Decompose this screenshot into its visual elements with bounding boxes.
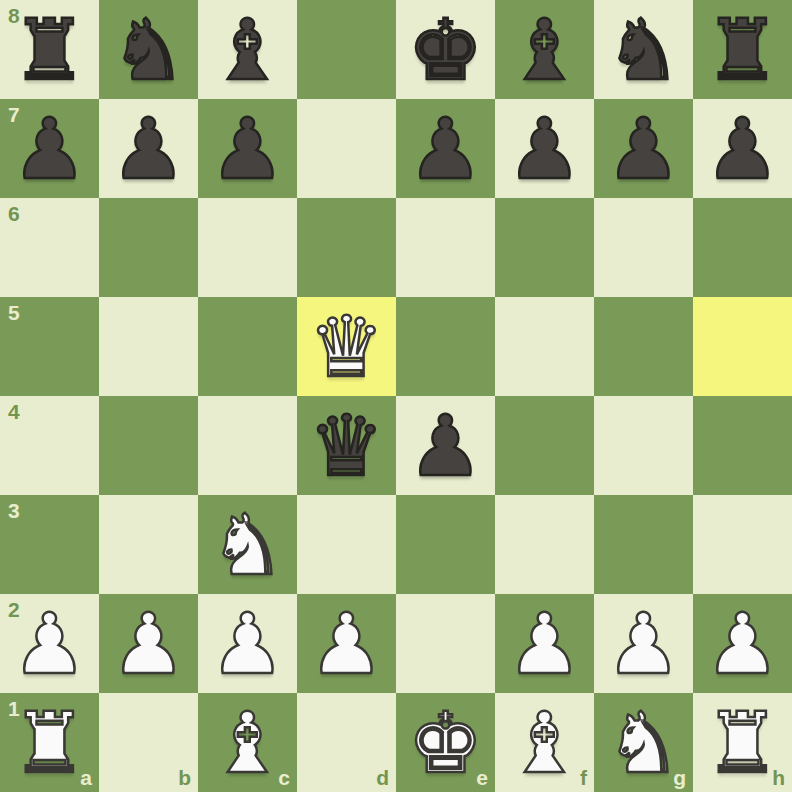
- square-a5[interactable]: 5: [0, 297, 99, 396]
- white-pawn-g2[interactable]: ♟: [594, 594, 693, 693]
- black-rook-h8[interactable]: ♜: [693, 0, 792, 99]
- black-pawn-h7[interactable]: ♟: [693, 99, 792, 198]
- square-d2[interactable]: ♟: [297, 594, 396, 693]
- square-a2[interactable]: 2♟: [0, 594, 99, 693]
- black-pawn-e4[interactable]: ♟: [396, 396, 495, 495]
- square-a8[interactable]: 8♜: [0, 0, 99, 99]
- rank-label-3: 3: [8, 499, 20, 523]
- square-d5[interactable]: ♛: [297, 297, 396, 396]
- black-bishop-c8[interactable]: ♝: [198, 0, 297, 99]
- square-a4[interactable]: 4: [0, 396, 99, 495]
- square-d6[interactable]: [297, 198, 396, 297]
- black-pawn-f7[interactable]: ♟: [495, 99, 594, 198]
- black-king-e8[interactable]: ♚: [396, 0, 495, 99]
- square-f6[interactable]: [495, 198, 594, 297]
- square-a6[interactable]: 6: [0, 198, 99, 297]
- square-d7[interactable]: [297, 99, 396, 198]
- square-c8[interactable]: ♝: [198, 0, 297, 99]
- square-h6[interactable]: [693, 198, 792, 297]
- square-h3[interactable]: [693, 495, 792, 594]
- white-pawn-h2[interactable]: ♟: [693, 594, 792, 693]
- white-king-e1[interactable]: ♚: [396, 693, 495, 792]
- square-h2[interactable]: ♟: [693, 594, 792, 693]
- square-e6[interactable]: [396, 198, 495, 297]
- square-b7[interactable]: ♟: [99, 99, 198, 198]
- white-pawn-b2[interactable]: ♟: [99, 594, 198, 693]
- square-b4[interactable]: [99, 396, 198, 495]
- square-h7[interactable]: ♟: [693, 99, 792, 198]
- black-pawn-g7[interactable]: ♟: [594, 99, 693, 198]
- square-b5[interactable]: [99, 297, 198, 396]
- white-rook-a1[interactable]: ♜: [0, 693, 99, 792]
- square-e7[interactable]: ♟: [396, 99, 495, 198]
- white-bishop-f1[interactable]: ♝: [495, 693, 594, 792]
- square-c6[interactable]: [198, 198, 297, 297]
- square-b6[interactable]: [99, 198, 198, 297]
- square-c2[interactable]: ♟: [198, 594, 297, 693]
- white-pawn-d2[interactable]: ♟: [297, 594, 396, 693]
- square-g8[interactable]: ♞: [594, 0, 693, 99]
- white-pawn-c2[interactable]: ♟: [198, 594, 297, 693]
- square-h5[interactable]: [693, 297, 792, 396]
- square-e2[interactable]: [396, 594, 495, 693]
- square-g4[interactable]: [594, 396, 693, 495]
- square-c4[interactable]: [198, 396, 297, 495]
- white-pawn-a2[interactable]: ♟: [0, 594, 99, 693]
- square-h4[interactable]: [693, 396, 792, 495]
- square-d8[interactable]: [297, 0, 396, 99]
- black-bishop-f8[interactable]: ♝: [495, 0, 594, 99]
- rank-label-5: 5: [8, 301, 20, 325]
- square-h8[interactable]: ♜: [693, 0, 792, 99]
- square-d4[interactable]: ♛: [297, 396, 396, 495]
- white-knight-g1[interactable]: ♞: [594, 693, 693, 792]
- rank-label-6: 6: [8, 202, 20, 226]
- square-f4[interactable]: [495, 396, 594, 495]
- white-pawn-f2[interactable]: ♟: [495, 594, 594, 693]
- square-e8[interactable]: ♚: [396, 0, 495, 99]
- square-g2[interactable]: ♟: [594, 594, 693, 693]
- square-g6[interactable]: [594, 198, 693, 297]
- white-knight-c3[interactable]: ♞: [198, 495, 297, 594]
- square-b8[interactable]: ♞: [99, 0, 198, 99]
- square-e5[interactable]: [396, 297, 495, 396]
- chess-app: 8♜♞♝♚♝♞♜7♟♟♟♟♟♟♟65♛4♛♟3♞2♟♟♟♟♟♟♟1a♜bc♝de…: [0, 0, 792, 792]
- square-b1[interactable]: b: [99, 693, 198, 792]
- square-g1[interactable]: g♞: [594, 693, 693, 792]
- square-d3[interactable]: [297, 495, 396, 594]
- square-f8[interactable]: ♝: [495, 0, 594, 99]
- square-f7[interactable]: ♟: [495, 99, 594, 198]
- white-bishop-c1[interactable]: ♝: [198, 693, 297, 792]
- black-queen-d4[interactable]: ♛: [297, 396, 396, 495]
- square-f5[interactable]: [495, 297, 594, 396]
- square-h1[interactable]: h♜: [693, 693, 792, 792]
- square-d1[interactable]: d: [297, 693, 396, 792]
- square-c3[interactable]: ♞: [198, 495, 297, 594]
- black-pawn-b7[interactable]: ♟: [99, 99, 198, 198]
- black-pawn-c7[interactable]: ♟: [198, 99, 297, 198]
- square-f3[interactable]: [495, 495, 594, 594]
- black-rook-a8[interactable]: ♜: [0, 0, 99, 99]
- black-knight-b8[interactable]: ♞: [99, 0, 198, 99]
- white-queen-d5[interactable]: ♛: [297, 297, 396, 396]
- square-a3[interactable]: 3: [0, 495, 99, 594]
- black-knight-g8[interactable]: ♞: [594, 0, 693, 99]
- black-pawn-e7[interactable]: ♟: [396, 99, 495, 198]
- rank-label-4: 4: [8, 400, 20, 424]
- square-c1[interactable]: c♝: [198, 693, 297, 792]
- square-g3[interactable]: [594, 495, 693, 594]
- square-c7[interactable]: ♟: [198, 99, 297, 198]
- file-label-d: d: [376, 766, 389, 790]
- square-e4[interactable]: ♟: [396, 396, 495, 495]
- chess-board: 8♜♞♝♚♝♞♜7♟♟♟♟♟♟♟65♛4♛♟3♞2♟♟♟♟♟♟♟1a♜bc♝de…: [0, 0, 792, 792]
- file-label-b: b: [178, 766, 191, 790]
- square-f2[interactable]: ♟: [495, 594, 594, 693]
- square-g7[interactable]: ♟: [594, 99, 693, 198]
- square-g5[interactable]: [594, 297, 693, 396]
- square-b2[interactable]: ♟: [99, 594, 198, 693]
- white-rook-h1[interactable]: ♜: [693, 693, 792, 792]
- square-c5[interactable]: [198, 297, 297, 396]
- square-a7[interactable]: 7♟: [0, 99, 99, 198]
- square-e1[interactable]: e♚: [396, 693, 495, 792]
- black-pawn-a7[interactable]: ♟: [0, 99, 99, 198]
- square-e3[interactable]: [396, 495, 495, 594]
- square-a1[interactable]: 1a♜: [0, 693, 99, 792]
- square-b3[interactable]: [99, 495, 198, 594]
- square-f1[interactable]: f♝: [495, 693, 594, 792]
